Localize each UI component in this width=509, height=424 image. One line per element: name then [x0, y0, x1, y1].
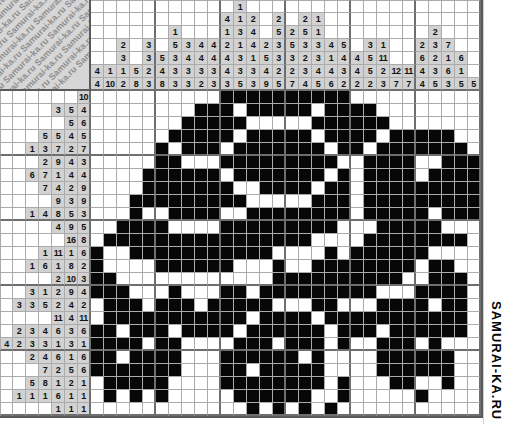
grid-cell-filled-r10c22[interactable]	[364, 208, 377, 221]
grid-cell-empty-r6c20[interactable]	[338, 156, 351, 169]
grid-cell-filled-r19c10[interactable]	[208, 325, 221, 338]
grid-cell-filled-r24c16[interactable]	[286, 390, 299, 403]
grid-cell-filled-r14c1[interactable]	[91, 260, 104, 273]
grid-cell-empty-r2c7[interactable]	[169, 104, 182, 117]
grid-cell-filled-r16c3[interactable]	[117, 286, 130, 299]
grid-cell-filled-r19c28[interactable]	[442, 325, 455, 338]
grid-cell-filled-r7c28[interactable]	[442, 169, 455, 182]
grid-cell-filled-r16c18[interactable]	[312, 286, 325, 299]
grid-cell-empty-r17c30[interactable]	[468, 299, 481, 312]
grid-cell-filled-r13c6[interactable]	[156, 247, 169, 260]
grid-cell-empty-r18c1[interactable]	[91, 312, 104, 325]
grid-cell-filled-r19c5[interactable]	[143, 325, 156, 338]
grid-cell-empty-r22c21[interactable]	[351, 364, 364, 377]
grid-cell-filled-r18c4[interactable]	[130, 312, 143, 325]
grid-cell-filled-r15c16[interactable]	[286, 273, 299, 286]
grid-cell-filled-r21c6[interactable]	[156, 351, 169, 364]
grid-cell-empty-r25c1[interactable]	[91, 403, 104, 416]
grid-cell-empty-r7c26[interactable]	[416, 169, 429, 182]
grid-cell-filled-r24c20[interactable]	[338, 390, 351, 403]
grid-cell-empty-r2c6[interactable]	[156, 104, 169, 117]
grid-cell-empty-r20c9[interactable]	[195, 338, 208, 351]
grid-cell-empty-r23c30[interactable]	[468, 377, 481, 390]
grid-cell-empty-r7c21[interactable]	[351, 169, 364, 182]
grid-cell-filled-r22c18[interactable]	[312, 364, 325, 377]
grid-cell-empty-r10c5[interactable]	[143, 208, 156, 221]
grid-cell-empty-r24c8[interactable]	[182, 390, 195, 403]
grid-cell-empty-r15c9[interactable]	[195, 273, 208, 286]
grid-cell-empty-r13c29[interactable]	[455, 247, 468, 260]
grid-cell-filled-r18c22[interactable]	[364, 312, 377, 325]
grid-cell-empty-r1c21[interactable]	[351, 91, 364, 104]
grid-cell-filled-r20c13[interactable]	[247, 338, 260, 351]
grid-cell-empty-r1c1[interactable]	[91, 91, 104, 104]
grid-cell-filled-r19c16[interactable]	[286, 325, 299, 338]
grid-cell-filled-r23c18[interactable]	[312, 377, 325, 390]
grid-cell-filled-r21c4[interactable]	[130, 351, 143, 364]
grid-cell-filled-r18c9[interactable]	[195, 312, 208, 325]
grid-cell-empty-r6c1[interactable]	[91, 156, 104, 169]
grid-cell-empty-r19c30[interactable]	[468, 325, 481, 338]
grid-cell-empty-r21c3[interactable]	[117, 351, 130, 364]
grid-cell-filled-r11c18[interactable]	[312, 221, 325, 234]
grid-cell-filled-r10c8[interactable]	[182, 208, 195, 221]
grid-cell-filled-r12c22[interactable]	[364, 234, 377, 247]
grid-cell-empty-r4c30[interactable]	[468, 130, 481, 143]
grid-cell-filled-r17c29[interactable]	[455, 299, 468, 312]
grid-cell-filled-r20c16[interactable]	[286, 338, 299, 351]
grid-cell-empty-r15c3[interactable]	[117, 273, 130, 286]
grid-cell-empty-r21c8[interactable]	[182, 351, 195, 364]
grid-cell-filled-r9c8[interactable]	[182, 195, 195, 208]
grid-cell-empty-r1c2[interactable]	[104, 91, 117, 104]
grid-cell-filled-r7c5[interactable]	[143, 169, 156, 182]
grid-cell-filled-r4c19[interactable]	[325, 130, 338, 143]
grid-cell-empty-r3c4[interactable]	[130, 117, 143, 130]
grid-cell-filled-r2c21[interactable]	[351, 104, 364, 117]
grid-cell-filled-r3c8[interactable]	[182, 117, 195, 130]
grid-cell-empty-r7c11[interactable]	[221, 169, 234, 182]
grid-cell-empty-r6c2[interactable]	[104, 156, 117, 169]
grid-cell-empty-r1c28[interactable]	[442, 91, 455, 104]
grid-cell-empty-r25c24[interactable]	[390, 403, 403, 416]
grid-cell-filled-r10c29[interactable]	[455, 208, 468, 221]
grid-cell-filled-r11c15[interactable]	[273, 221, 286, 234]
grid-cell-filled-r23c14[interactable]	[260, 377, 273, 390]
grid-cell-filled-r16c14[interactable]	[260, 286, 273, 299]
grid-cell-empty-r24c7[interactable]	[169, 390, 182, 403]
grid-cell-filled-r17c2[interactable]	[104, 299, 117, 312]
grid-cell-empty-r3c24[interactable]	[390, 117, 403, 130]
grid-cell-filled-r15c27[interactable]	[429, 273, 442, 286]
grid-cell-filled-r24c15[interactable]	[273, 390, 286, 403]
grid-cell-empty-r25c7[interactable]	[169, 403, 182, 416]
grid-cell-empty-r14c14[interactable]	[260, 260, 273, 273]
grid-cell-empty-r17c21[interactable]	[351, 299, 364, 312]
grid-cell-empty-r9c1[interactable]	[91, 195, 104, 208]
grid-cell-filled-r18c20[interactable]	[338, 312, 351, 325]
grid-cell-filled-r9c19[interactable]	[325, 195, 338, 208]
grid-cell-filled-r16c12[interactable]	[234, 286, 247, 299]
grid-cell-empty-r4c2[interactable]	[104, 130, 117, 143]
grid-cell-filled-r14c15[interactable]	[273, 260, 286, 273]
grid-cell-filled-r20c4[interactable]	[130, 338, 143, 351]
grid-cell-filled-r16c29[interactable]	[455, 286, 468, 299]
grid-cell-empty-r16c30[interactable]	[468, 286, 481, 299]
grid-cell-filled-r22c24[interactable]	[390, 364, 403, 377]
grid-cell-filled-r13c12[interactable]	[234, 247, 247, 260]
grid-cell-filled-r1c12[interactable]	[234, 91, 247, 104]
grid-cell-empty-r3c1[interactable]	[91, 117, 104, 130]
grid-cell-filled-r3c18[interactable]	[312, 117, 325, 130]
grid-cell-empty-r1c6[interactable]	[156, 91, 169, 104]
grid-cell-empty-r25c30[interactable]	[468, 403, 481, 416]
grid-cell-empty-r4c1[interactable]	[91, 130, 104, 143]
grid-cell-filled-r21c26[interactable]	[416, 351, 429, 364]
grid-cell-filled-r4c27[interactable]	[429, 130, 442, 143]
grid-cell-filled-r16c19[interactable]	[325, 286, 338, 299]
grid-cell-empty-r3c13[interactable]	[247, 117, 260, 130]
grid-cell-filled-r21c2[interactable]	[104, 351, 117, 364]
grid-cell-filled-r14c6[interactable]	[156, 260, 169, 273]
grid-cell-filled-r9c4[interactable]	[130, 195, 143, 208]
grid-cell-filled-r7c7[interactable]	[169, 169, 182, 182]
grid-cell-filled-r13c1[interactable]	[91, 247, 104, 260]
grid-cell-empty-r5c2[interactable]	[104, 143, 117, 156]
grid-cell-empty-r25c6[interactable]	[156, 403, 169, 416]
grid-cell-empty-r25c8[interactable]	[182, 403, 195, 416]
grid-cell-filled-r16c27[interactable]	[429, 286, 442, 299]
grid-cell-filled-r13c5[interactable]	[143, 247, 156, 260]
grid-cell-filled-r20c6[interactable]	[156, 338, 169, 351]
grid-cell-empty-r6c26[interactable]	[416, 156, 429, 169]
grid-cell-filled-r5c26[interactable]	[416, 143, 429, 156]
grid-cell-filled-r12c15[interactable]	[273, 234, 286, 247]
grid-cell-filled-r10c26[interactable]	[416, 208, 429, 221]
grid-cell-filled-r5c27[interactable]	[429, 143, 442, 156]
grid-cell-empty-r6c10[interactable]	[208, 156, 221, 169]
grid-cell-empty-r25c18[interactable]	[312, 403, 325, 416]
grid-cell-filled-r11c12[interactable]	[234, 221, 247, 234]
grid-cell-empty-r2c1[interactable]	[91, 104, 104, 117]
grid-cell-empty-r24c25[interactable]	[403, 390, 416, 403]
grid-cell-empty-r19c12[interactable]	[234, 325, 247, 338]
grid-cell-filled-r4c8[interactable]	[182, 130, 195, 143]
grid-cell-filled-r6c15[interactable]	[273, 156, 286, 169]
grid-cell-filled-r6c30[interactable]	[468, 156, 481, 169]
grid-cell-empty-r11c28[interactable]	[442, 221, 455, 234]
grid-cell-filled-r11c17[interactable]	[299, 221, 312, 234]
grid-cell-filled-r19c22[interactable]	[364, 325, 377, 338]
grid-cell-empty-r14c16[interactable]	[286, 260, 299, 273]
grid-cell-filled-r9c20[interactable]	[338, 195, 351, 208]
grid-cell-filled-r16c2[interactable]	[104, 286, 117, 299]
grid-cell-empty-r21c30[interactable]	[468, 351, 481, 364]
grid-cell-filled-r6c6[interactable]	[156, 156, 169, 169]
grid-cell-filled-r13c14[interactable]	[260, 247, 273, 260]
grid-cell-empty-r23c21[interactable]	[351, 377, 364, 390]
grid-cell-filled-r18c14[interactable]	[260, 312, 273, 325]
grid-cell-filled-r21c28[interactable]	[442, 351, 455, 364]
grid-cell-filled-r1c14[interactable]	[260, 91, 273, 104]
grid-cell-empty-r17c27[interactable]	[429, 299, 442, 312]
grid-cell-filled-r12c16[interactable]	[286, 234, 299, 247]
grid-cell-empty-r15c26[interactable]	[416, 273, 429, 286]
grid-cell-empty-r8c21[interactable]	[351, 182, 364, 195]
grid-cell-filled-r22c23[interactable]	[377, 364, 390, 377]
grid-cell-empty-r13c20[interactable]	[338, 247, 351, 260]
grid-cell-filled-r9c9[interactable]	[195, 195, 208, 208]
grid-cell-empty-r21c29[interactable]	[455, 351, 468, 364]
grid-cell-filled-r24c26[interactable]	[416, 390, 429, 403]
grid-cell-filled-r14c28[interactable]	[442, 260, 455, 273]
grid-cell-empty-r16c13[interactable]	[247, 286, 260, 299]
grid-cell-filled-r10c14[interactable]	[260, 208, 273, 221]
grid-cell-filled-r8c15[interactable]	[273, 182, 286, 195]
grid-cell-filled-r14c25[interactable]	[403, 260, 416, 273]
grid-cell-empty-r10c27[interactable]	[429, 208, 442, 221]
grid-cell-filled-r13c22[interactable]	[364, 247, 377, 260]
grid-cell-filled-r2c15[interactable]	[273, 104, 286, 117]
grid-cell-empty-r16c4[interactable]	[130, 286, 143, 299]
grid-cell-filled-r6c7[interactable]	[169, 156, 182, 169]
grid-cell-filled-r20c12[interactable]	[234, 338, 247, 351]
grid-cell-empty-r13c18[interactable]	[312, 247, 325, 260]
grid-cell-filled-r5c29[interactable]	[455, 143, 468, 156]
grid-cell-empty-r1c5[interactable]	[143, 91, 156, 104]
grid-cell-filled-r11c14[interactable]	[260, 221, 273, 234]
grid-cell-filled-r12c3[interactable]	[117, 234, 130, 247]
grid-cell-empty-r14c29[interactable]	[455, 260, 468, 273]
grid-cell-empty-r3c6[interactable]	[156, 117, 169, 130]
grid-cell-filled-r6c18[interactable]	[312, 156, 325, 169]
grid-cell-filled-r9c26[interactable]	[416, 195, 429, 208]
grid-cell-filled-r18c12[interactable]	[234, 312, 247, 325]
grid-cell-filled-r20c25[interactable]	[403, 338, 416, 351]
grid-cell-empty-r11c8[interactable]	[182, 221, 195, 234]
grid-cell-empty-r3c15[interactable]	[273, 117, 286, 130]
grid-cell-empty-r25c28[interactable]	[442, 403, 455, 416]
grid-cell-empty-r15c4[interactable]	[130, 273, 143, 286]
grid-cell-empty-r21c22[interactable]	[364, 351, 377, 364]
grid-cell-filled-r17c19[interactable]	[325, 299, 338, 312]
grid-cell-filled-r13c10[interactable]	[208, 247, 221, 260]
grid-cell-empty-r25c2[interactable]	[104, 403, 117, 416]
grid-cell-empty-r20c28[interactable]	[442, 338, 455, 351]
grid-cell-empty-r25c23[interactable]	[377, 403, 390, 416]
grid-cell-empty-r10c3[interactable]	[117, 208, 130, 221]
grid-cell-filled-r18c8[interactable]	[182, 312, 195, 325]
grid-cell-filled-r11c13[interactable]	[247, 221, 260, 234]
grid-cell-empty-r8c1[interactable]	[91, 182, 104, 195]
grid-cell-filled-r12c13[interactable]	[247, 234, 260, 247]
grid-cell-filled-r5c15[interactable]	[273, 143, 286, 156]
grid-cell-empty-r15c30[interactable]	[468, 273, 481, 286]
grid-cell-filled-r1c15[interactable]	[273, 91, 286, 104]
grid-cell-filled-r9c25[interactable]	[403, 195, 416, 208]
grid-cell-filled-r15c24[interactable]	[390, 273, 403, 286]
grid-cell-filled-r5c9[interactable]	[195, 143, 208, 156]
grid-cell-filled-r6c14[interactable]	[260, 156, 273, 169]
grid-cell-filled-r19c21[interactable]	[351, 325, 364, 338]
grid-cell-filled-r12c12[interactable]	[234, 234, 247, 247]
grid-cell-empty-r16c5[interactable]	[143, 286, 156, 299]
grid-cell-filled-r2c9[interactable]	[195, 104, 208, 117]
grid-cell-filled-r13c9[interactable]	[195, 247, 208, 260]
grid-cell-empty-r16c6[interactable]	[156, 286, 169, 299]
grid-cell-filled-r23c28[interactable]	[442, 377, 455, 390]
grid-cell-empty-r25c9[interactable]	[195, 403, 208, 416]
grid-cell-filled-r22c5[interactable]	[143, 364, 156, 377]
grid-cell-empty-r2c25[interactable]	[403, 104, 416, 117]
grid-cell-empty-r8c12[interactable]	[234, 182, 247, 195]
grid-cell-empty-r2c8[interactable]	[182, 104, 195, 117]
grid-cell-empty-r24c10[interactable]	[208, 390, 221, 403]
grid-cell-filled-r23c17[interactable]	[299, 377, 312, 390]
grid-cell-filled-r17c23[interactable]	[377, 299, 390, 312]
grid-cell-empty-r24c27[interactable]	[429, 390, 442, 403]
grid-cell-filled-r9c30[interactable]	[468, 195, 481, 208]
grid-cell-empty-r11c20[interactable]	[338, 221, 351, 234]
grid-cell-empty-r5c30[interactable]	[468, 143, 481, 156]
grid-cell-filled-r5c24[interactable]	[390, 143, 403, 156]
grid-cell-filled-r12c7[interactable]	[169, 234, 182, 247]
grid-cell-empty-r25c14[interactable]	[260, 403, 273, 416]
grid-cell-filled-r9c22[interactable]	[364, 195, 377, 208]
grid-cell-filled-r18c28[interactable]	[442, 312, 455, 325]
grid-cell-filled-r14c27[interactable]	[429, 260, 442, 273]
grid-cell-empty-r21c19[interactable]	[325, 351, 338, 364]
grid-cell-filled-r22c11[interactable]	[221, 364, 234, 377]
grid-cell-empty-r5c1[interactable]	[91, 143, 104, 156]
grid-cell-filled-r18c7[interactable]	[169, 312, 182, 325]
grid-cell-filled-r11c26[interactable]	[416, 221, 429, 234]
grid-cell-filled-r22c1[interactable]	[91, 364, 104, 377]
grid-cell-empty-r22c10[interactable]	[208, 364, 221, 377]
grid-cell-empty-r24c3[interactable]	[117, 390, 130, 403]
grid-cell-filled-r12c8[interactable]	[182, 234, 195, 247]
grid-cell-filled-r11c19[interactable]	[325, 221, 338, 234]
grid-cell-filled-r2c16[interactable]	[286, 104, 299, 117]
grid-cell-empty-r9c2[interactable]	[104, 195, 117, 208]
grid-cell-empty-r9c15[interactable]	[273, 195, 286, 208]
grid-cell-filled-r5c6[interactable]	[156, 143, 169, 156]
grid-cell-filled-r3c22[interactable]	[364, 117, 377, 130]
grid-cell-empty-r1c7[interactable]	[169, 91, 182, 104]
grid-cell-empty-r20c19[interactable]	[325, 338, 338, 351]
grid-cell-empty-r22c8[interactable]	[182, 364, 195, 377]
grid-cell-filled-r13c24[interactable]	[390, 247, 403, 260]
grid-cell-filled-r23c2[interactable]	[104, 377, 117, 390]
grid-cell-filled-r6c19[interactable]	[325, 156, 338, 169]
grid-cell-filled-r16c26[interactable]	[416, 286, 429, 299]
grid-cell-empty-r18c30[interactable]	[468, 312, 481, 325]
grid-cell-empty-r9c17[interactable]	[299, 195, 312, 208]
grid-cell-filled-r18c16[interactable]	[286, 312, 299, 325]
grid-cell-filled-r3c21[interactable]	[351, 117, 364, 130]
grid-cell-filled-r11c6[interactable]	[156, 221, 169, 234]
grid-cell-filled-r4c20[interactable]	[338, 130, 351, 143]
grid-cell-filled-r3c20[interactable]	[338, 117, 351, 130]
grid-cell-filled-r22c25[interactable]	[403, 364, 416, 377]
grid-cell-filled-r7c13[interactable]	[247, 169, 260, 182]
grid-cell-empty-r24c22[interactable]	[364, 390, 377, 403]
grid-cell-filled-r19c15[interactable]	[273, 325, 286, 338]
grid-cell-filled-r19c20[interactable]	[338, 325, 351, 338]
grid-cell-empty-r16c9[interactable]	[195, 286, 208, 299]
grid-cell-filled-r23c15[interactable]	[273, 377, 286, 390]
grid-cell-empty-r11c30[interactable]	[468, 221, 481, 234]
grid-cell-filled-r20c14[interactable]	[260, 338, 273, 351]
grid-cell-empty-r10c21[interactable]	[351, 208, 364, 221]
grid-cell-empty-r13c27[interactable]	[429, 247, 442, 260]
grid-cell-filled-r6c22[interactable]	[364, 156, 377, 169]
grid-cell-empty-r19c19[interactable]	[325, 325, 338, 338]
grid-cell-filled-r7c20[interactable]	[338, 169, 351, 182]
grid-cell-empty-r2c24[interactable]	[390, 104, 403, 117]
grid-cell-empty-r3c30[interactable]	[468, 117, 481, 130]
grid-cell-filled-r23c6[interactable]	[156, 377, 169, 390]
grid-cell-empty-r16c24[interactable]	[390, 286, 403, 299]
grid-cell-filled-r10c18[interactable]	[312, 208, 325, 221]
grid-cell-empty-r1c27[interactable]	[429, 91, 442, 104]
grid-cell-filled-r11c25[interactable]	[403, 221, 416, 234]
grid-cell-filled-r18c15[interactable]	[273, 312, 286, 325]
grid-cell-filled-r5c12[interactable]	[234, 143, 247, 156]
grid-cell-empty-r8c3[interactable]	[117, 182, 130, 195]
grid-cell-filled-r17c7[interactable]	[169, 299, 182, 312]
grid-cell-filled-r18c25[interactable]	[403, 312, 416, 325]
grid-cell-empty-r4c3[interactable]	[117, 130, 130, 143]
grid-cell-empty-r25c11[interactable]	[221, 403, 234, 416]
grid-cell-filled-r1c18[interactable]	[312, 91, 325, 104]
grid-cell-empty-r4c12[interactable]	[234, 130, 247, 143]
grid-cell-empty-r13c30[interactable]	[468, 247, 481, 260]
grid-cell-filled-r24c17[interactable]	[299, 390, 312, 403]
grid-cell-filled-r16c17[interactable]	[299, 286, 312, 299]
grid-cell-empty-r3c17[interactable]	[299, 117, 312, 130]
grid-cell-empty-r4c18[interactable]	[312, 130, 325, 143]
grid-cell-empty-r25c29[interactable]	[455, 403, 468, 416]
grid-cell-empty-r20c10[interactable]	[208, 338, 221, 351]
grid-cell-empty-r14c3[interactable]	[117, 260, 130, 273]
grid-cell-filled-r8c7[interactable]	[169, 182, 182, 195]
grid-cell-filled-r8c8[interactable]	[182, 182, 195, 195]
grid-cell-empty-r14c17[interactable]	[299, 260, 312, 273]
grid-cell-filled-r10c7[interactable]	[169, 208, 182, 221]
grid-cell-filled-r24c4[interactable]	[130, 390, 143, 403]
grid-cell-empty-r2c23[interactable]	[377, 104, 390, 117]
grid-cell-filled-r6c13[interactable]	[247, 156, 260, 169]
grid-cell-empty-r1c24[interactable]	[390, 91, 403, 104]
grid-cell-filled-r10c24[interactable]	[390, 208, 403, 221]
grid-cell-filled-r18c3[interactable]	[117, 312, 130, 325]
grid-cell-empty-r15c11[interactable]	[221, 273, 234, 286]
grid-cell-empty-r21c10[interactable]	[208, 351, 221, 364]
grid-cell-filled-r15c28[interactable]	[442, 273, 455, 286]
grid-cell-filled-r24c6[interactable]	[156, 390, 169, 403]
grid-cell-filled-r14c11[interactable]	[221, 260, 234, 273]
grid-cell-filled-r17c28[interactable]	[442, 299, 455, 312]
grid-cell-empty-r7c1[interactable]	[91, 169, 104, 182]
grid-cell-filled-r16c28[interactable]	[442, 286, 455, 299]
grid-cell-empty-r9c13[interactable]	[247, 195, 260, 208]
grid-cell-filled-r17c3[interactable]	[117, 299, 130, 312]
grid-cell-empty-r23c8[interactable]	[182, 377, 195, 390]
grid-cell-filled-r1c13[interactable]	[247, 91, 260, 104]
grid-cell-empty-r22c13[interactable]	[247, 364, 260, 377]
grid-cell-filled-r16c7[interactable]	[169, 286, 182, 299]
